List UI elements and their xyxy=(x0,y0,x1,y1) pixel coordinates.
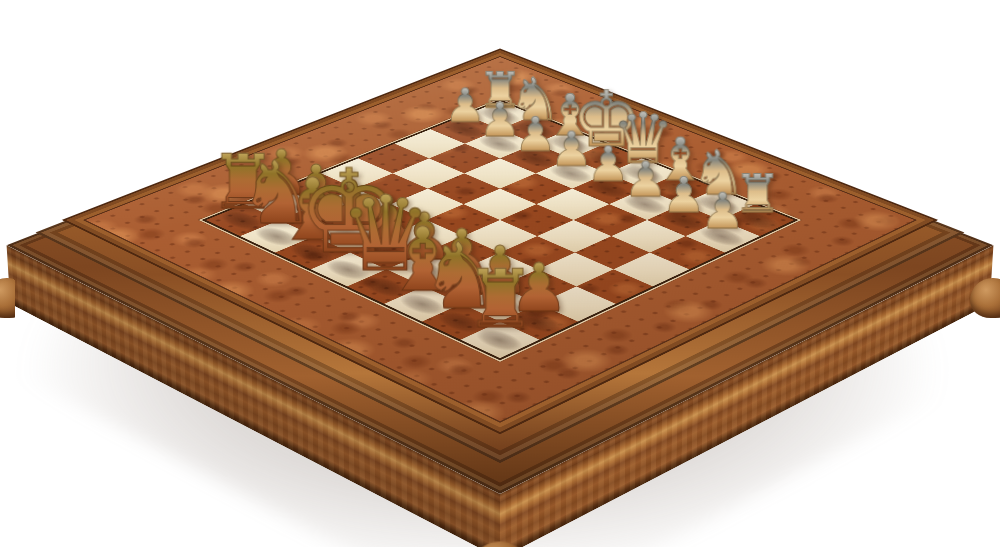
chess-set-photo: ♜♞♝♚♛♝♞♜♟♟♟♟♟♟♟♟♟♟♟♟♟♟♟♟♜♞♝♚♛♝♞♜ xyxy=(0,0,1000,547)
chess-case: ♜♞♝♚♛♝♞♜♟♟♟♟♟♟♟♟♟♟♟♟♟♟♟♟♜♞♝♚♛♝♞♜ xyxy=(5,29,995,466)
piece-shadow xyxy=(727,208,786,233)
piece-shadow xyxy=(616,192,674,217)
black-knight-g8: ♞ xyxy=(669,143,768,204)
white-pawn-f2: ♟ xyxy=(410,221,514,286)
white-pawn-g2: ♟ xyxy=(448,238,553,304)
